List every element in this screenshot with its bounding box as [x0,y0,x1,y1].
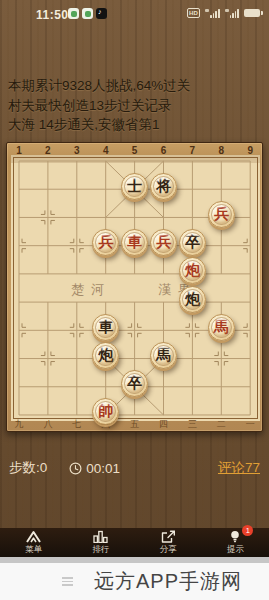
river-label-left: 楚河 [58,281,124,299]
comments-link[interactable]: 评论77 [218,459,260,477]
nav-item-label: 提示 [227,544,244,556]
file-label-bottom: 一 [244,418,256,431]
hamburger-icon [62,577,73,586]
green-app-icon [82,8,93,19]
file-label-bottom: 七 [71,418,83,431]
file-label-bottom: 九 [13,418,25,431]
file-label-top: 7 [186,145,198,156]
piece-character: 炮 [180,258,205,283]
piece-red-炮[interactable]: 炮 [179,257,206,284]
leader-line: 大海 14步通关,安徽省第1 [8,115,265,135]
piece-character: 炮 [93,343,118,368]
file-label-top: 3 [71,145,83,156]
file-label-bottom: 五 [129,418,141,431]
app-screen: 11:50 HD 本期累计9328人挑战,64%过关 村夫最快创造13步过关记录… [0,0,269,600]
lightbulb-icon [228,530,242,543]
piece-red-兵[interactable]: 兵 [208,201,235,228]
file-label-bottom: 八 [42,418,54,431]
nav-item-ranking[interactable]: 排行 [73,530,129,556]
wechat-icon [68,8,79,19]
clock-icon [69,462,82,475]
move-counter: 步数:0 [9,459,47,477]
piece-red-馬[interactable]: 馬 [208,314,235,341]
piece-character: 兵 [93,230,118,255]
piece-character: 馬 [151,343,176,368]
file-label-top: 2 [42,145,54,156]
menu-icon [25,530,42,543]
piece-character: 車 [122,230,147,255]
record-line: 村夫最快创造13步过关记录 [8,96,265,116]
nav-item-label: 菜单 [25,544,42,556]
battery-icon [244,9,260,17]
signal-icon [205,9,219,18]
hd-icon: HD [187,8,201,18]
notification-icons [68,8,107,19]
piece-black-炮[interactable]: 炮 [179,286,206,313]
piece-black-車[interactable]: 車 [92,314,119,341]
piece-red-車[interactable]: 車 [121,229,148,256]
tiktok-icon [96,8,107,19]
footer-banner[interactable]: 远方APP手游网 [0,563,269,600]
file-label-top: 8 [215,145,227,156]
piece-black-士[interactable]: 士 [121,173,148,200]
nav-bar: 菜单 排行 分享 1 提示 [0,528,269,557]
file-label-bottom: 二 [215,418,227,431]
piece-black-卒[interactable]: 卒 [121,370,148,397]
piece-red-兵[interactable]: 兵 [92,229,119,256]
piece-red-兵[interactable]: 兵 [150,229,177,256]
piece-character: 兵 [209,202,234,227]
piece-black-炮[interactable]: 炮 [92,342,119,369]
timer: 00:01 [69,461,120,476]
nav-item-share[interactable]: 分享 [140,530,196,556]
challenge-stats-line: 本期累计9328人挑战,64%过关 [8,76,265,96]
file-label-top: 1 [13,145,25,156]
piece-character: 卒 [180,230,205,255]
piece-character: 炮 [180,287,205,312]
bar-chart-icon [92,530,109,543]
piece-character: 将 [151,174,176,199]
nav-item-label: 分享 [160,544,177,556]
file-label-top: 9 [244,145,256,156]
file-label-bottom: 四 [158,418,170,431]
site-name: 远方APP手游网 [94,568,242,595]
game-status-row: 步数:0 00:01 评论77 [0,457,269,479]
piece-red-帥[interactable]: 帥 [92,398,119,425]
piece-black-将[interactable]: 将 [150,173,177,200]
share-icon [160,530,176,543]
status-indicators: HD [187,8,260,18]
file-label-bottom: 三 [186,418,198,431]
piece-character: 卒 [122,371,147,396]
nav-item-menu[interactable]: 菜单 [6,530,62,556]
signal-icon-2 [225,9,239,18]
xiangqi-board[interactable]: 123456789 九八七六五四三二一 楚河 漢界 士将兵兵車兵卒炮炮車馬炮馬卒… [6,142,263,432]
status-bar: 11:50 HD [0,6,269,24]
piece-character: 車 [93,315,118,340]
puzzle-info: 本期累计9328人挑战,64%过关 村夫最快创造13步过关记录 大海 14步通关… [8,76,265,135]
piece-character: 馬 [209,315,234,340]
file-label-top: 6 [158,145,170,156]
nav-item-label: 排行 [92,544,109,556]
hint-badge: 1 [242,525,253,536]
piece-character: 兵 [151,230,176,255]
file-label-top: 4 [100,145,112,156]
file-label-top: 5 [129,145,141,156]
piece-black-卒[interactable]: 卒 [179,229,206,256]
piece-character: 帥 [93,399,118,424]
piece-black-馬[interactable]: 馬 [150,342,177,369]
timer-value: 00:01 [86,461,120,476]
nav-item-hint[interactable]: 1 提示 [207,530,263,556]
clock-time: 11:50 [36,8,69,22]
piece-character: 士 [122,174,147,199]
